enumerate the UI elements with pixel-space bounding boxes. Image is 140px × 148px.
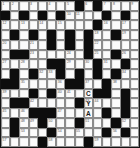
- crossword-cell[interactable]: 5: [65, 1, 74, 11]
- crossword-cell[interactable]: [111, 59, 120, 69]
- black-cell: [75, 1, 84, 11]
- black-cell: [121, 108, 130, 118]
- crossword-cell[interactable]: [84, 20, 93, 30]
- crossword-cell[interactable]: [65, 69, 74, 79]
- crossword-cell[interactable]: [38, 89, 47, 99]
- crossword-cell[interactable]: 59: [93, 137, 102, 147]
- crossword-cell[interactable]: [65, 118, 74, 128]
- crossword-cell[interactable]: [38, 79, 47, 89]
- crossword-cell[interactable]: 6: [84, 1, 93, 11]
- crossword-cell[interactable]: 54: [56, 128, 65, 138]
- clue-number: 5: [67, 2, 69, 6]
- clue-number: 17: [122, 21, 126, 25]
- black-cell: [111, 50, 120, 60]
- crossword-cell[interactable]: [130, 69, 139, 79]
- crossword-cell[interactable]: [84, 128, 93, 138]
- crossword-cell[interactable]: [130, 108, 139, 118]
- crossword-cell[interactable]: 4: [47, 1, 56, 11]
- clue-number: 33: [48, 70, 52, 74]
- crossword-cell[interactable]: [84, 69, 93, 79]
- crossword-cell[interactable]: 45: [1, 108, 10, 118]
- crossword-cell[interactable]: 51: [84, 118, 93, 128]
- crossword-cell[interactable]: [47, 11, 56, 21]
- crossword-cell[interactable]: [38, 50, 47, 60]
- black-cell: [56, 11, 65, 21]
- crossword-cell[interactable]: [121, 79, 130, 89]
- crossword-cell[interactable]: 36: [56, 79, 65, 89]
- cell-letter: C: [85, 90, 92, 98]
- crossword-cell[interactable]: [38, 128, 47, 138]
- clue-number: 48: [21, 119, 25, 123]
- crossword-cell[interactable]: [1, 118, 10, 128]
- crossword-cell[interactable]: 16: [102, 20, 111, 30]
- crossword-cell[interactable]: [56, 30, 65, 40]
- crossword-cell[interactable]: [38, 30, 47, 40]
- clue-number: 3: [30, 2, 32, 6]
- clue-number: 59: [94, 138, 98, 142]
- crossword-cell[interactable]: [111, 108, 120, 118]
- clue-number: 1: [3, 2, 5, 6]
- crossword-cell[interactable]: 50: [47, 118, 56, 128]
- crossword-cell[interactable]: [130, 118, 139, 128]
- crossword-cell[interactable]: [47, 20, 56, 30]
- crossword-cell[interactable]: 47: [56, 108, 65, 118]
- clue-number: 34: [122, 70, 126, 74]
- crossword-cell[interactable]: [102, 118, 111, 128]
- clue-number: 10: [67, 12, 71, 16]
- clue-number: 56: [113, 129, 117, 133]
- black-cell: [84, 40, 93, 50]
- black-cell: [10, 118, 19, 128]
- crossword-cell[interactable]: [38, 1, 47, 11]
- crossword-cell[interactable]: [75, 40, 84, 50]
- crossword-cell[interactable]: [29, 11, 38, 21]
- clue-number: 27: [3, 60, 7, 64]
- black-cell: [75, 98, 84, 108]
- crossword-cell[interactable]: A: [84, 108, 93, 118]
- crossword-cell[interactable]: 1: [1, 1, 10, 11]
- clue-number: 21: [30, 41, 34, 45]
- black-cell: [38, 108, 47, 118]
- black-cell: [29, 30, 38, 40]
- crossword-cell[interactable]: [111, 98, 120, 108]
- clue-number: 35: [21, 80, 25, 84]
- crossword-cell[interactable]: [65, 98, 74, 108]
- black-cell: [111, 118, 120, 128]
- crossword-cell[interactable]: [93, 118, 102, 128]
- crossword-cell[interactable]: 49: [29, 118, 38, 128]
- black-cell: [19, 50, 28, 60]
- crossword-cell[interactable]: [93, 128, 102, 138]
- black-cell: [102, 128, 111, 138]
- crossword-cell[interactable]: 34: [121, 69, 130, 79]
- black-cell: [10, 79, 19, 89]
- crossword-cell[interactable]: [56, 137, 65, 147]
- crossword-cell[interactable]: 18: [93, 30, 102, 40]
- crossword-cell[interactable]: [130, 59, 139, 69]
- crossword-cell[interactable]: [111, 89, 120, 99]
- black-cell: [84, 30, 93, 40]
- crossword-cell[interactable]: 52: [121, 118, 130, 128]
- crossword-cell[interactable]: [130, 50, 139, 60]
- clue-number: 58: [48, 138, 52, 142]
- black-cell: [1, 11, 10, 21]
- black-cell: [10, 98, 19, 108]
- clue-number: 30: [85, 60, 89, 64]
- crossword-cell[interactable]: 32: [38, 69, 47, 79]
- crossword-cell[interactable]: [130, 30, 139, 40]
- crossword-cell[interactable]: 12: [1, 20, 10, 30]
- crossword-cell[interactable]: 53: [19, 128, 28, 138]
- black-cell: [102, 89, 111, 99]
- black-cell: [75, 69, 84, 79]
- clue-number: 46: [21, 109, 25, 113]
- black-cell: [121, 128, 130, 138]
- black-cell: [111, 30, 120, 40]
- crossword-cell[interactable]: [10, 20, 19, 30]
- clue-number: 14: [39, 21, 43, 25]
- crossword-cell[interactable]: [10, 137, 19, 147]
- black-cell: [93, 89, 102, 99]
- crossword-cell[interactable]: [93, 11, 102, 21]
- clue-number: 28: [21, 60, 25, 64]
- crossword-cell[interactable]: [130, 137, 139, 147]
- black-cell: [102, 79, 111, 89]
- crossword-cell[interactable]: [19, 137, 28, 147]
- crossword-cell[interactable]: C: [84, 89, 93, 99]
- crossword-cell[interactable]: [84, 11, 93, 21]
- black-cell: [121, 89, 130, 99]
- crossword-cell[interactable]: 41: [65, 89, 74, 99]
- crossword-cell[interactable]: 46: [19, 108, 28, 118]
- black-cell: [93, 1, 102, 11]
- black-cell: [47, 89, 56, 99]
- crossword-cell[interactable]: [10, 89, 19, 99]
- black-cell: [29, 89, 38, 99]
- crossword-cell[interactable]: 10: [65, 11, 74, 21]
- black-cell: [19, 98, 28, 108]
- crossword-cell[interactable]: 35: [19, 79, 28, 89]
- clue-number: 54: [58, 129, 62, 133]
- clue-number: 16: [104, 21, 108, 25]
- black-cell: [38, 118, 47, 128]
- crossword-cell[interactable]: [38, 40, 47, 50]
- crossword-cell[interactable]: [29, 137, 38, 147]
- crossword-cell[interactable]: 19: [121, 30, 130, 40]
- crossword-cell[interactable]: [111, 20, 120, 30]
- crossword-cell[interactable]: 7: [102, 1, 111, 11]
- clue-number: 8: [113, 2, 115, 6]
- crossword-cell[interactable]: [10, 108, 19, 118]
- crossword-cell[interactable]: [1, 50, 10, 60]
- crossword-cell[interactable]: [111, 11, 120, 21]
- clue-number: 50: [48, 119, 52, 123]
- clue-number: 15: [58, 21, 62, 25]
- crossword-cell[interactable]: [102, 137, 111, 147]
- crossword-cell[interactable]: 8: [111, 1, 120, 11]
- crossword-cell[interactable]: [65, 128, 74, 138]
- crossword-cell[interactable]: 55: [75, 128, 84, 138]
- crossword-cell[interactable]: 29: [65, 59, 74, 69]
- crossword-cell[interactable]: [121, 1, 130, 11]
- black-cell: [38, 11, 47, 21]
- crossword-cell[interactable]: [38, 98, 47, 108]
- crossword-cell[interactable]: [130, 11, 139, 21]
- crossword-cell[interactable]: 11: [75, 11, 84, 21]
- clue-number: 47: [58, 109, 62, 113]
- clue-number: 12: [3, 21, 7, 25]
- crossword-cell[interactable]: [75, 30, 84, 40]
- clue-number: 9: [131, 2, 133, 6]
- crossword-cell[interactable]: 37: [84, 79, 93, 89]
- clue-number: 29: [67, 60, 71, 64]
- crossword-cell[interactable]: [130, 20, 139, 30]
- crossword-cell[interactable]: [111, 137, 120, 147]
- black-cell: [84, 137, 93, 147]
- crossword-cell[interactable]: 30: [84, 59, 93, 69]
- crossword-cell[interactable]: [56, 40, 65, 50]
- crossword-cell[interactable]: [56, 98, 65, 108]
- crossword-cell[interactable]: 22: [93, 40, 102, 50]
- crossword-cell[interactable]: [65, 20, 74, 30]
- black-cell: [1, 79, 10, 89]
- clue-number: 19: [122, 31, 126, 35]
- clue-number: 41: [67, 90, 71, 94]
- black-cell: [65, 40, 74, 50]
- clue-number: 45: [3, 109, 7, 113]
- crossword-cell[interactable]: [75, 108, 84, 118]
- crossword-cell[interactable]: 33: [47, 69, 56, 79]
- crossword-cell[interactable]: 48: [19, 118, 28, 128]
- clue-number: 2: [12, 2, 14, 6]
- crossword-cell[interactable]: [102, 98, 111, 108]
- crossword-cell[interactable]: [102, 40, 111, 50]
- crossword-cell[interactable]: [130, 40, 139, 50]
- crossword-cell[interactable]: [38, 59, 47, 69]
- crossword-cell[interactable]: 44: [93, 98, 102, 108]
- black-cell: [47, 30, 56, 40]
- crossword-cell[interactable]: 38: [111, 79, 120, 89]
- crossword-cell[interactable]: 3: [29, 1, 38, 11]
- crossword-cell[interactable]: 2: [10, 1, 19, 11]
- crossword-cell[interactable]: [19, 69, 28, 79]
- clue-number: 51: [85, 119, 89, 123]
- clue-number: 57: [3, 138, 7, 142]
- black-cell: [111, 69, 120, 79]
- crossword-cell[interactable]: [29, 79, 38, 89]
- clue-number: 55: [76, 129, 80, 133]
- black-cell: [10, 50, 19, 60]
- crossword-cell[interactable]: [47, 79, 56, 89]
- crossword-cell[interactable]: [1, 30, 10, 40]
- black-cell: [47, 59, 56, 69]
- crossword-cell[interactable]: [1, 69, 10, 79]
- crossword-cell[interactable]: [130, 79, 139, 89]
- crossword-cell[interactable]: [75, 89, 84, 99]
- black-cell: [65, 79, 74, 89]
- crossword-cell[interactable]: [19, 1, 28, 11]
- clue-number: 38: [113, 80, 117, 84]
- crossword-cell[interactable]: [65, 137, 74, 147]
- crossword-cell[interactable]: [130, 89, 139, 99]
- crossword-cell[interactable]: [56, 1, 65, 11]
- crossword-cell[interactable]: [1, 98, 10, 108]
- black-cell: [10, 69, 19, 79]
- crossword-cell[interactable]: [47, 50, 56, 60]
- crossword-grid: 1234567891011121314151617181920212223242…: [0, 0, 140, 148]
- crossword-cell[interactable]: [102, 69, 111, 79]
- crossword-cell[interactable]: 43Y: [84, 98, 93, 108]
- clue-number: 18: [94, 31, 98, 35]
- clue-number: 53: [21, 129, 25, 133]
- crossword-cell[interactable]: [65, 108, 74, 118]
- crossword-cell[interactable]: [130, 128, 139, 138]
- cell-letter: A: [85, 109, 92, 117]
- crossword-cell[interactable]: [93, 79, 102, 89]
- crossword-cell[interactable]: [102, 30, 111, 40]
- clue-number: 32: [39, 70, 43, 74]
- crossword-cell[interactable]: [19, 89, 28, 99]
- crossword-cell[interactable]: 14: [38, 20, 47, 30]
- crossword-cell[interactable]: [56, 50, 65, 60]
- clue-number: 7: [104, 2, 106, 6]
- crossword-cell[interactable]: 24: [65, 50, 74, 60]
- black-cell: [10, 30, 19, 40]
- cell-letter: Y: [85, 99, 92, 107]
- clue-number: 13: [21, 21, 25, 25]
- crossword-cell[interactable]: 27: [1, 59, 10, 69]
- black-cell: [19, 11, 28, 21]
- black-cell: [75, 79, 84, 89]
- crossword-cell[interactable]: 21: [29, 40, 38, 50]
- crossword-cell[interactable]: 39: [1, 89, 10, 99]
- clue-number: 31: [104, 60, 108, 64]
- black-cell: [65, 30, 74, 40]
- crossword-cell[interactable]: [19, 40, 28, 50]
- crossword-cell[interactable]: 9: [130, 1, 139, 11]
- clue-number: 23: [30, 51, 34, 55]
- clue-number: 42: [30, 99, 34, 103]
- crossword-cell[interactable]: [29, 20, 38, 30]
- crossword-cell[interactable]: [47, 98, 56, 108]
- black-cell: [121, 11, 130, 21]
- black-cell: [38, 137, 47, 147]
- crossword-cell[interactable]: [75, 20, 84, 30]
- black-cell: [56, 69, 65, 79]
- crossword-cell[interactable]: 40: [56, 89, 65, 99]
- black-cell: [56, 59, 65, 69]
- crossword-cell[interactable]: [56, 118, 65, 128]
- crossword-cell[interactable]: [93, 108, 102, 118]
- clue-number: 11: [76, 12, 80, 16]
- crossword-cell[interactable]: 26: [121, 50, 130, 60]
- clue-number: 4: [48, 2, 50, 6]
- crossword-cell[interactable]: 23: [29, 50, 38, 60]
- crossword-cell[interactable]: 25: [93, 50, 102, 60]
- crossword-cell[interactable]: 57: [1, 137, 10, 147]
- crossword-cell[interactable]: [130, 98, 139, 108]
- crossword-cell[interactable]: 56: [111, 128, 120, 138]
- crossword-cell[interactable]: [10, 40, 19, 50]
- black-cell: [93, 20, 102, 30]
- crossword-cell[interactable]: [111, 40, 120, 50]
- crossword-cell[interactable]: [10, 11, 19, 21]
- clue-number: 52: [122, 119, 126, 123]
- clue-number: 49: [30, 119, 34, 123]
- black-cell: [93, 59, 102, 69]
- black-cell: [93, 69, 102, 79]
- clue-number: 6: [85, 2, 87, 6]
- crossword-cell[interactable]: 17: [121, 20, 130, 30]
- black-cell: [47, 40, 56, 50]
- crossword-cell[interactable]: 13: [19, 20, 28, 30]
- clue-number: 22: [94, 41, 98, 45]
- crossword-cell[interactable]: [75, 59, 84, 69]
- black-cell: [10, 128, 19, 138]
- crossword-cell[interactable]: [29, 59, 38, 69]
- black-cell: [29, 69, 38, 79]
- clue-number: 26: [122, 51, 126, 55]
- clue-number: 39: [3, 90, 7, 94]
- black-cell: [29, 108, 38, 118]
- black-cell: [47, 128, 56, 138]
- crossword-cell[interactable]: [102, 50, 111, 60]
- black-cell: [121, 98, 130, 108]
- crossword-cell[interactable]: [121, 40, 130, 50]
- clue-number: 20: [3, 41, 7, 45]
- clue-number: 44: [94, 99, 98, 103]
- black-cell: [102, 108, 111, 118]
- crossword-cell[interactable]: 20: [1, 40, 10, 50]
- crossword-cell[interactable]: 15: [56, 20, 65, 30]
- crossword-board: 1234567891011121314151617181920212223242…: [0, 0, 140, 148]
- crossword-cell[interactable]: [10, 59, 19, 69]
- clue-number: 24: [67, 51, 71, 55]
- clue-number: 25: [94, 51, 98, 55]
- crossword-cell[interactable]: [29, 128, 38, 138]
- black-cell: [75, 118, 84, 128]
- crossword-cell[interactable]: 31: [102, 59, 111, 69]
- black-cell: [121, 59, 130, 69]
- crossword-cell[interactable]: 58: [47, 137, 56, 147]
- black-cell: [102, 11, 111, 21]
- clue-number: 40: [58, 90, 62, 94]
- crossword-cell[interactable]: [1, 128, 10, 138]
- crossword-cell[interactable]: [121, 137, 130, 147]
- crossword-cell[interactable]: [75, 50, 84, 60]
- crossword-cell[interactable]: [75, 137, 84, 147]
- clue-number: 36: [58, 80, 62, 84]
- crossword-cell[interactable]: 42: [29, 98, 38, 108]
- clue-number: 37: [85, 80, 89, 84]
- black-cell: [47, 108, 56, 118]
- crossword-cell[interactable]: 28: [19, 59, 28, 69]
- black-cell: [84, 50, 93, 60]
- crossword-cell[interactable]: [19, 30, 28, 40]
